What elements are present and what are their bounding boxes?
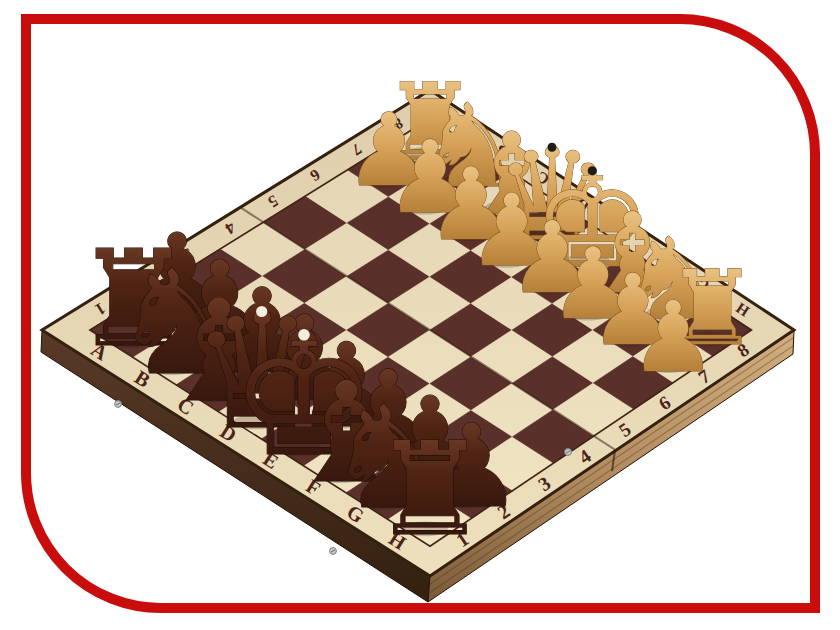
king-finial bbox=[588, 166, 597, 175]
chess-board: AA11BB22CC33DD44EE55FF66GG77HH88♜♟♞♟♝♟♛♟… bbox=[0, 0, 840, 630]
piece-light-pawn-h7: ♟ bbox=[629, 280, 716, 394]
chess-set-product-photo: AA11BB22CC33DD44EE55FF66GG77HH88♜♟♞♟♝♟♛♟… bbox=[0, 0, 840, 630]
king-finial bbox=[298, 329, 310, 341]
piece-dark-rook-h1: ♜ bbox=[372, 414, 488, 564]
